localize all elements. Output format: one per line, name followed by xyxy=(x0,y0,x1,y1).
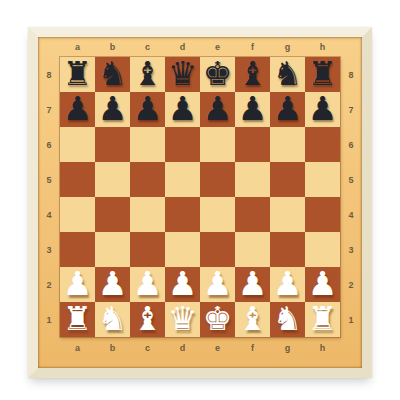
square-f8[interactable]: ♝ xyxy=(235,57,270,92)
square-e4[interactable] xyxy=(200,197,235,232)
file-labels-top: abcdefgh xyxy=(60,39,340,55)
square-a6[interactable] xyxy=(60,127,95,162)
piece-black-pawn-b7: ♟ xyxy=(98,92,128,125)
square-f3[interactable] xyxy=(235,232,270,267)
rank-labels-left: 87654321 xyxy=(42,57,56,337)
rank-label-5-right: 5 xyxy=(344,162,358,197)
piece-black-king-e8: ♚ xyxy=(203,57,233,90)
piece-white-pawn-g2: ♟ xyxy=(273,267,303,300)
file-label-e-bottom: e xyxy=(200,340,235,356)
rank-label-5-left: 5 xyxy=(42,162,56,197)
piece-black-pawn-f7: ♟ xyxy=(238,92,268,125)
square-e7[interactable]: ♟ xyxy=(200,92,235,127)
board-field: abcdefgh 87654321 ♜♞♝♛♚♝♞♜♟♟♟♟♟♟♟♟♟♟♟♟♟♟… xyxy=(38,37,362,368)
square-g7[interactable]: ♟ xyxy=(270,92,305,127)
square-d5[interactable] xyxy=(165,162,200,197)
square-h4[interactable] xyxy=(305,197,340,232)
piece-white-rook-h1: ♜ xyxy=(308,302,338,335)
square-c1[interactable]: ♝ xyxy=(130,302,165,337)
square-b1[interactable]: ♞ xyxy=(95,302,130,337)
piece-black-pawn-g7: ♟ xyxy=(273,92,303,125)
square-a3[interactable] xyxy=(60,232,95,267)
file-label-d-top: d xyxy=(165,39,200,55)
piece-white-pawn-c2: ♟ xyxy=(133,267,163,300)
piece-black-bishop-f8: ♝ xyxy=(238,57,268,90)
file-label-g-top: g xyxy=(270,39,305,55)
piece-white-queen-d1: ♛ xyxy=(168,302,198,335)
piece-black-bishop-c8: ♝ xyxy=(133,57,163,90)
square-h7[interactable]: ♟ xyxy=(305,92,340,127)
piece-black-pawn-e7: ♟ xyxy=(203,92,233,125)
rank-label-8-right: 8 xyxy=(344,57,358,92)
square-a5[interactable] xyxy=(60,162,95,197)
square-e8[interactable]: ♚ xyxy=(200,57,235,92)
square-b8[interactable]: ♞ xyxy=(95,57,130,92)
chess-board: ♜♞♝♛♚♝♞♜♟♟♟♟♟♟♟♟♟♟♟♟♟♟♟♟♜♞♝♛♚♝♞♜ xyxy=(60,57,340,337)
square-b7[interactable]: ♟ xyxy=(95,92,130,127)
file-label-a-top: a xyxy=(60,39,95,55)
file-label-h-top: h xyxy=(305,39,340,55)
square-d2[interactable]: ♟ xyxy=(165,267,200,302)
square-c5[interactable] xyxy=(130,162,165,197)
rank-label-3-right: 3 xyxy=(344,232,358,267)
square-d7[interactable]: ♟ xyxy=(165,92,200,127)
piece-white-pawn-h2: ♟ xyxy=(308,267,338,300)
piece-black-rook-h8: ♜ xyxy=(308,57,338,90)
square-d3[interactable] xyxy=(165,232,200,267)
rank-label-7-left: 7 xyxy=(42,92,56,127)
square-b5[interactable] xyxy=(95,162,130,197)
file-label-f-top: f xyxy=(235,39,270,55)
piece-black-pawn-a7: ♟ xyxy=(63,92,93,125)
file-label-d-bottom: d xyxy=(165,340,200,356)
piece-white-pawn-e2: ♟ xyxy=(203,267,233,300)
square-g8[interactable]: ♞ xyxy=(270,57,305,92)
square-a4[interactable] xyxy=(60,197,95,232)
square-h6[interactable] xyxy=(305,127,340,162)
square-c6[interactable] xyxy=(130,127,165,162)
piece-black-knight-b8: ♞ xyxy=(98,57,128,90)
rank-label-7-right: 7 xyxy=(344,92,358,127)
square-f6[interactable] xyxy=(235,127,270,162)
square-a7[interactable]: ♟ xyxy=(60,92,95,127)
square-d4[interactable] xyxy=(165,197,200,232)
square-g6[interactable] xyxy=(270,127,305,162)
file-label-f-bottom: f xyxy=(235,340,270,356)
square-d8[interactable]: ♛ xyxy=(165,57,200,92)
rank-labels-right: 87654321 xyxy=(344,57,358,337)
square-e1[interactable]: ♚ xyxy=(200,302,235,337)
square-g3[interactable] xyxy=(270,232,305,267)
file-labels-bottom: abcdefgh xyxy=(60,340,340,356)
piece-black-queen-d8: ♛ xyxy=(168,57,198,90)
rank-label-6-left: 6 xyxy=(42,127,56,162)
file-label-b-bottom: b xyxy=(95,340,130,356)
piece-black-knight-g8: ♞ xyxy=(273,57,303,90)
square-a8[interactable]: ♜ xyxy=(60,57,95,92)
file-label-a-bottom: a xyxy=(60,340,95,356)
square-f1[interactable]: ♝ xyxy=(235,302,270,337)
square-g1[interactable]: ♞ xyxy=(270,302,305,337)
page-background: { "game": "chess", "board_style": "wall-… xyxy=(0,0,400,400)
square-g5[interactable] xyxy=(270,162,305,197)
piece-white-bishop-c1: ♝ xyxy=(133,302,163,335)
rank-label-3-left: 3 xyxy=(42,232,56,267)
rank-label-1-right: 1 xyxy=(344,302,358,337)
piece-black-pawn-c7: ♟ xyxy=(133,92,163,125)
square-h2[interactable]: ♟ xyxy=(305,267,340,302)
piece-white-bishop-f1: ♝ xyxy=(238,302,268,335)
square-d1[interactable]: ♛ xyxy=(165,302,200,337)
rank-label-4-right: 4 xyxy=(344,197,358,232)
square-c7[interactable]: ♟ xyxy=(130,92,165,127)
square-f5[interactable] xyxy=(235,162,270,197)
square-c2[interactable]: ♟ xyxy=(130,267,165,302)
square-c3[interactable] xyxy=(130,232,165,267)
square-h1[interactable]: ♜ xyxy=(305,302,340,337)
square-g4[interactable] xyxy=(270,197,305,232)
square-e2[interactable]: ♟ xyxy=(200,267,235,302)
piece-black-rook-a8: ♜ xyxy=(63,57,93,90)
piece-white-pawn-a2: ♟ xyxy=(63,267,93,300)
file-label-e-top: e xyxy=(200,39,235,55)
square-g2[interactable]: ♟ xyxy=(270,267,305,302)
rank-label-4-left: 4 xyxy=(42,197,56,232)
piece-white-pawn-d2: ♟ xyxy=(168,267,198,300)
piece-white-pawn-b2: ♟ xyxy=(98,267,128,300)
square-h3[interactable] xyxy=(305,232,340,267)
square-a2[interactable]: ♟ xyxy=(60,267,95,302)
square-e3[interactable] xyxy=(200,232,235,267)
rank-label-1-left: 1 xyxy=(42,302,56,337)
square-f7[interactable]: ♟ xyxy=(235,92,270,127)
square-f4[interactable] xyxy=(235,197,270,232)
piece-white-rook-a1: ♜ xyxy=(63,302,93,335)
rank-label-2-right: 2 xyxy=(344,267,358,302)
square-c8[interactable]: ♝ xyxy=(130,57,165,92)
rank-label-6-right: 6 xyxy=(344,127,358,162)
board-frame: abcdefgh 87654321 ♜♞♝♛♚♝♞♜♟♟♟♟♟♟♟♟♟♟♟♟♟♟… xyxy=(28,27,372,378)
piece-black-pawn-h7: ♟ xyxy=(308,92,338,125)
piece-white-pawn-f2: ♟ xyxy=(238,267,268,300)
square-b3[interactable] xyxy=(95,232,130,267)
square-b6[interactable] xyxy=(95,127,130,162)
piece-white-knight-g1: ♞ xyxy=(273,302,303,335)
file-label-h-bottom: h xyxy=(305,340,340,356)
square-h5[interactable] xyxy=(305,162,340,197)
square-f2[interactable]: ♟ xyxy=(235,267,270,302)
square-a1[interactable]: ♜ xyxy=(60,302,95,337)
file-label-c-top: c xyxy=(130,39,165,55)
square-c4[interactable] xyxy=(130,197,165,232)
square-e5[interactable] xyxy=(200,162,235,197)
square-h8[interactable]: ♜ xyxy=(305,57,340,92)
file-label-b-top: b xyxy=(95,39,130,55)
square-e6[interactable] xyxy=(200,127,235,162)
piece-white-knight-b1: ♞ xyxy=(98,302,128,335)
file-label-c-bottom: c xyxy=(130,340,165,356)
piece-white-king-e1: ♚ xyxy=(203,302,233,335)
square-d6[interactable] xyxy=(165,127,200,162)
piece-black-pawn-d7: ♟ xyxy=(168,92,198,125)
file-label-g-bottom: g xyxy=(270,340,305,356)
rank-label-8-left: 8 xyxy=(42,57,56,92)
square-b4[interactable] xyxy=(95,197,130,232)
rank-label-2-left: 2 xyxy=(42,267,56,302)
square-b2[interactable]: ♟ xyxy=(95,267,130,302)
